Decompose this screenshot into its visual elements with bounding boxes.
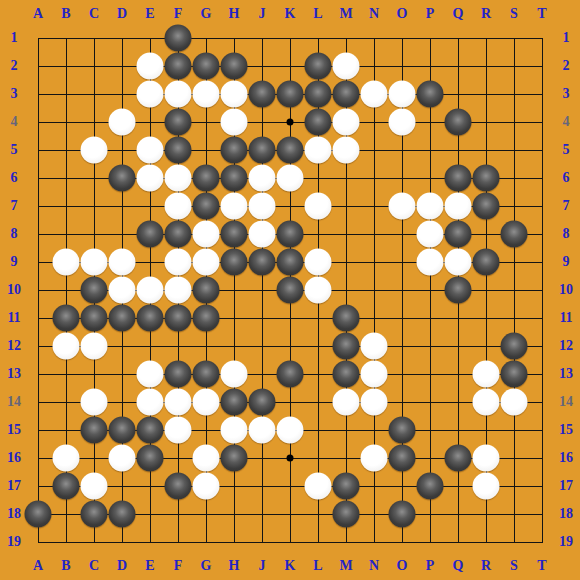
intersection-O14[interactable]: [388, 388, 416, 416]
intersection-R18[interactable]: [472, 500, 500, 528]
intersection-O4[interactable]: [388, 108, 416, 136]
intersection-S7[interactable]: [500, 192, 528, 220]
intersection-F9[interactable]: [164, 248, 192, 276]
intersection-S17[interactable]: [500, 472, 528, 500]
intersection-D11[interactable]: [108, 304, 136, 332]
intersection-E15[interactable]: [136, 416, 164, 444]
intersection-M4[interactable]: [332, 108, 360, 136]
intersection-J5[interactable]: [248, 136, 276, 164]
intersection-B2[interactable]: [52, 52, 80, 80]
intersection-J8[interactable]: [248, 220, 276, 248]
intersection-P15[interactable]: [416, 416, 444, 444]
intersection-J12[interactable]: [248, 332, 276, 360]
intersection-G5[interactable]: [192, 136, 220, 164]
intersection-D18[interactable]: [108, 500, 136, 528]
intersection-K4[interactable]: [276, 108, 304, 136]
intersection-Q8[interactable]: [444, 220, 472, 248]
intersection-D9[interactable]: [108, 248, 136, 276]
intersection-N19[interactable]: [360, 528, 388, 556]
intersection-D14[interactable]: [108, 388, 136, 416]
intersection-G19[interactable]: [192, 528, 220, 556]
intersection-G2[interactable]: [192, 52, 220, 80]
intersection-T13[interactable]: [528, 360, 556, 388]
intersection-E16[interactable]: [136, 444, 164, 472]
intersection-K15[interactable]: [276, 416, 304, 444]
intersection-M19[interactable]: [332, 528, 360, 556]
intersection-E9[interactable]: [136, 248, 164, 276]
intersection-P6[interactable]: [416, 164, 444, 192]
intersection-K11[interactable]: [276, 304, 304, 332]
intersection-J13[interactable]: [248, 360, 276, 388]
intersection-N13[interactable]: [360, 360, 388, 388]
intersection-N5[interactable]: [360, 136, 388, 164]
intersection-Q11[interactable]: [444, 304, 472, 332]
intersection-C16[interactable]: [80, 444, 108, 472]
intersection-G12[interactable]: [192, 332, 220, 360]
intersection-L19[interactable]: [304, 528, 332, 556]
intersection-C6[interactable]: [80, 164, 108, 192]
intersection-P12[interactable]: [416, 332, 444, 360]
intersection-O11[interactable]: [388, 304, 416, 332]
intersection-J9[interactable]: [248, 248, 276, 276]
intersection-E10[interactable]: [136, 276, 164, 304]
intersection-T14[interactable]: [528, 388, 556, 416]
intersection-R14[interactable]: [472, 388, 500, 416]
intersection-P13[interactable]: [416, 360, 444, 388]
intersection-F15[interactable]: [164, 416, 192, 444]
intersection-B17[interactable]: [52, 472, 80, 500]
intersection-D2[interactable]: [108, 52, 136, 80]
intersection-P3[interactable]: [416, 80, 444, 108]
intersection-G10[interactable]: [192, 276, 220, 304]
intersection-R8[interactable]: [472, 220, 500, 248]
intersection-F10[interactable]: [164, 276, 192, 304]
intersection-Q15[interactable]: [444, 416, 472, 444]
intersection-P1[interactable]: [416, 24, 444, 52]
intersection-F5[interactable]: [164, 136, 192, 164]
intersection-L13[interactable]: [304, 360, 332, 388]
intersection-H18[interactable]: [220, 500, 248, 528]
intersection-M5[interactable]: [332, 136, 360, 164]
intersection-C8[interactable]: [80, 220, 108, 248]
intersection-E19[interactable]: [136, 528, 164, 556]
intersection-C19[interactable]: [80, 528, 108, 556]
intersection-J4[interactable]: [248, 108, 276, 136]
intersection-C1[interactable]: [80, 24, 108, 52]
intersection-F11[interactable]: [164, 304, 192, 332]
intersection-Q16[interactable]: [444, 444, 472, 472]
intersection-F8[interactable]: [164, 220, 192, 248]
intersection-K1[interactable]: [276, 24, 304, 52]
intersection-A15[interactable]: [24, 416, 52, 444]
intersection-H2[interactable]: [220, 52, 248, 80]
intersection-L5[interactable]: [304, 136, 332, 164]
intersection-B3[interactable]: [52, 80, 80, 108]
intersection-F17[interactable]: [164, 472, 192, 500]
intersection-A13[interactable]: [24, 360, 52, 388]
intersection-O9[interactable]: [388, 248, 416, 276]
intersection-P16[interactable]: [416, 444, 444, 472]
intersection-F1[interactable]: [164, 24, 192, 52]
intersection-E2[interactable]: [136, 52, 164, 80]
intersection-J3[interactable]: [248, 80, 276, 108]
intersection-D4[interactable]: [108, 108, 136, 136]
intersection-E17[interactable]: [136, 472, 164, 500]
intersection-F3[interactable]: [164, 80, 192, 108]
intersection-H6[interactable]: [220, 164, 248, 192]
intersection-M8[interactable]: [332, 220, 360, 248]
intersection-B5[interactable]: [52, 136, 80, 164]
intersection-T4[interactable]: [528, 108, 556, 136]
intersection-L10[interactable]: [304, 276, 332, 304]
intersection-K2[interactable]: [276, 52, 304, 80]
intersection-D1[interactable]: [108, 24, 136, 52]
intersection-T7[interactable]: [528, 192, 556, 220]
intersection-S16[interactable]: [500, 444, 528, 472]
intersection-S3[interactable]: [500, 80, 528, 108]
intersection-S5[interactable]: [500, 136, 528, 164]
intersection-E1[interactable]: [136, 24, 164, 52]
intersection-M13[interactable]: [332, 360, 360, 388]
intersection-J11[interactable]: [248, 304, 276, 332]
intersection-F13[interactable]: [164, 360, 192, 388]
intersection-K16[interactable]: [276, 444, 304, 472]
intersection-N18[interactable]: [360, 500, 388, 528]
intersection-A11[interactable]: [24, 304, 52, 332]
intersection-H13[interactable]: [220, 360, 248, 388]
intersection-O5[interactable]: [388, 136, 416, 164]
intersection-B13[interactable]: [52, 360, 80, 388]
intersection-O19[interactable]: [388, 528, 416, 556]
intersection-A19[interactable]: [24, 528, 52, 556]
intersection-H4[interactable]: [220, 108, 248, 136]
intersection-P19[interactable]: [416, 528, 444, 556]
intersection-E14[interactable]: [136, 388, 164, 416]
intersection-N4[interactable]: [360, 108, 388, 136]
intersection-H19[interactable]: [220, 528, 248, 556]
intersection-P11[interactable]: [416, 304, 444, 332]
intersection-N11[interactable]: [360, 304, 388, 332]
intersection-M3[interactable]: [332, 80, 360, 108]
intersection-P14[interactable]: [416, 388, 444, 416]
intersection-E12[interactable]: [136, 332, 164, 360]
intersection-N17[interactable]: [360, 472, 388, 500]
intersection-M1[interactable]: [332, 24, 360, 52]
intersection-C5[interactable]: [80, 136, 108, 164]
intersection-N8[interactable]: [360, 220, 388, 248]
intersection-K19[interactable]: [276, 528, 304, 556]
intersection-L1[interactable]: [304, 24, 332, 52]
intersection-N3[interactable]: [360, 80, 388, 108]
intersection-J2[interactable]: [248, 52, 276, 80]
intersection-T6[interactable]: [528, 164, 556, 192]
intersection-D17[interactable]: [108, 472, 136, 500]
intersection-Q4[interactable]: [444, 108, 472, 136]
intersection-K13[interactable]: [276, 360, 304, 388]
intersection-L12[interactable]: [304, 332, 332, 360]
intersection-D19[interactable]: [108, 528, 136, 556]
intersection-T2[interactable]: [528, 52, 556, 80]
intersection-F19[interactable]: [164, 528, 192, 556]
intersection-O6[interactable]: [388, 164, 416, 192]
intersection-B4[interactable]: [52, 108, 80, 136]
intersection-L18[interactable]: [304, 500, 332, 528]
intersection-B6[interactable]: [52, 164, 80, 192]
intersection-J19[interactable]: [248, 528, 276, 556]
intersection-F14[interactable]: [164, 388, 192, 416]
intersection-H17[interactable]: [220, 472, 248, 500]
intersection-A8[interactable]: [24, 220, 52, 248]
intersection-J16[interactable]: [248, 444, 276, 472]
intersection-G1[interactable]: [192, 24, 220, 52]
intersection-E8[interactable]: [136, 220, 164, 248]
intersection-E4[interactable]: [136, 108, 164, 136]
intersection-D10[interactable]: [108, 276, 136, 304]
intersection-C14[interactable]: [80, 388, 108, 416]
intersection-T5[interactable]: [528, 136, 556, 164]
intersection-N2[interactable]: [360, 52, 388, 80]
intersection-E6[interactable]: [136, 164, 164, 192]
intersection-R2[interactable]: [472, 52, 500, 80]
intersection-C3[interactable]: [80, 80, 108, 108]
intersection-L11[interactable]: [304, 304, 332, 332]
intersection-G9[interactable]: [192, 248, 220, 276]
intersection-R6[interactable]: [472, 164, 500, 192]
intersection-A2[interactable]: [24, 52, 52, 80]
intersection-J15[interactable]: [248, 416, 276, 444]
intersection-M16[interactable]: [332, 444, 360, 472]
intersection-J18[interactable]: [248, 500, 276, 528]
intersection-D8[interactable]: [108, 220, 136, 248]
intersection-T15[interactable]: [528, 416, 556, 444]
intersection-S11[interactable]: [500, 304, 528, 332]
intersection-J17[interactable]: [248, 472, 276, 500]
intersection-D6[interactable]: [108, 164, 136, 192]
intersection-M15[interactable]: [332, 416, 360, 444]
intersection-F7[interactable]: [164, 192, 192, 220]
intersection-E18[interactable]: [136, 500, 164, 528]
intersection-O15[interactable]: [388, 416, 416, 444]
intersection-D13[interactable]: [108, 360, 136, 388]
intersection-R19[interactable]: [472, 528, 500, 556]
intersection-A18[interactable]: [24, 500, 52, 528]
intersection-K7[interactable]: [276, 192, 304, 220]
intersection-H8[interactable]: [220, 220, 248, 248]
intersection-E11[interactable]: [136, 304, 164, 332]
intersection-C10[interactable]: [80, 276, 108, 304]
intersection-H3[interactable]: [220, 80, 248, 108]
intersection-B7[interactable]: [52, 192, 80, 220]
intersection-P2[interactable]: [416, 52, 444, 80]
intersection-O13[interactable]: [388, 360, 416, 388]
intersection-M11[interactable]: [332, 304, 360, 332]
intersection-C7[interactable]: [80, 192, 108, 220]
intersection-A7[interactable]: [24, 192, 52, 220]
intersection-D15[interactable]: [108, 416, 136, 444]
intersection-P4[interactable]: [416, 108, 444, 136]
intersection-B18[interactable]: [52, 500, 80, 528]
intersection-O10[interactable]: [388, 276, 416, 304]
intersection-N1[interactable]: [360, 24, 388, 52]
intersection-B9[interactable]: [52, 248, 80, 276]
intersection-D7[interactable]: [108, 192, 136, 220]
intersection-L3[interactable]: [304, 80, 332, 108]
intersection-K9[interactable]: [276, 248, 304, 276]
intersection-R10[interactable]: [472, 276, 500, 304]
intersection-E3[interactable]: [136, 80, 164, 108]
intersection-O17[interactable]: [388, 472, 416, 500]
intersection-E5[interactable]: [136, 136, 164, 164]
intersection-F18[interactable]: [164, 500, 192, 528]
intersection-R9[interactable]: [472, 248, 500, 276]
intersection-H15[interactable]: [220, 416, 248, 444]
intersection-R11[interactable]: [472, 304, 500, 332]
intersection-D3[interactable]: [108, 80, 136, 108]
intersection-P5[interactable]: [416, 136, 444, 164]
intersection-Q10[interactable]: [444, 276, 472, 304]
intersection-M6[interactable]: [332, 164, 360, 192]
intersection-J1[interactable]: [248, 24, 276, 52]
intersection-K3[interactable]: [276, 80, 304, 108]
intersection-R1[interactable]: [472, 24, 500, 52]
intersection-L9[interactable]: [304, 248, 332, 276]
intersection-D5[interactable]: [108, 136, 136, 164]
intersection-N15[interactable]: [360, 416, 388, 444]
intersection-A3[interactable]: [24, 80, 52, 108]
intersection-O12[interactable]: [388, 332, 416, 360]
intersection-H7[interactable]: [220, 192, 248, 220]
intersection-S1[interactable]: [500, 24, 528, 52]
intersection-C4[interactable]: [80, 108, 108, 136]
intersection-Q13[interactable]: [444, 360, 472, 388]
intersection-M9[interactable]: [332, 248, 360, 276]
intersection-S8[interactable]: [500, 220, 528, 248]
intersection-H9[interactable]: [220, 248, 248, 276]
intersection-O1[interactable]: [388, 24, 416, 52]
intersection-M10[interactable]: [332, 276, 360, 304]
intersection-L6[interactable]: [304, 164, 332, 192]
intersection-O2[interactable]: [388, 52, 416, 80]
intersection-H11[interactable]: [220, 304, 248, 332]
intersection-K10[interactable]: [276, 276, 304, 304]
intersection-B8[interactable]: [52, 220, 80, 248]
intersection-M17[interactable]: [332, 472, 360, 500]
intersection-H5[interactable]: [220, 136, 248, 164]
intersection-M7[interactable]: [332, 192, 360, 220]
intersection-L14[interactable]: [304, 388, 332, 416]
intersection-O16[interactable]: [388, 444, 416, 472]
intersection-S18[interactable]: [500, 500, 528, 528]
intersection-C15[interactable]: [80, 416, 108, 444]
intersection-C18[interactable]: [80, 500, 108, 528]
intersection-R12[interactable]: [472, 332, 500, 360]
intersection-B11[interactable]: [52, 304, 80, 332]
intersection-C13[interactable]: [80, 360, 108, 388]
intersection-R7[interactable]: [472, 192, 500, 220]
intersection-A16[interactable]: [24, 444, 52, 472]
intersection-M14[interactable]: [332, 388, 360, 416]
intersection-A12[interactable]: [24, 332, 52, 360]
intersection-S15[interactable]: [500, 416, 528, 444]
intersection-L15[interactable]: [304, 416, 332, 444]
intersection-T9[interactable]: [528, 248, 556, 276]
intersection-F6[interactable]: [164, 164, 192, 192]
intersection-J7[interactable]: [248, 192, 276, 220]
intersection-E7[interactable]: [136, 192, 164, 220]
intersection-M18[interactable]: [332, 500, 360, 528]
intersection-E13[interactable]: [136, 360, 164, 388]
intersection-Q6[interactable]: [444, 164, 472, 192]
intersection-J6[interactable]: [248, 164, 276, 192]
intersection-N10[interactable]: [360, 276, 388, 304]
intersection-S13[interactable]: [500, 360, 528, 388]
intersection-G11[interactable]: [192, 304, 220, 332]
intersection-N14[interactable]: [360, 388, 388, 416]
intersection-K6[interactable]: [276, 164, 304, 192]
intersection-O7[interactable]: [388, 192, 416, 220]
intersection-K18[interactable]: [276, 500, 304, 528]
intersection-A9[interactable]: [24, 248, 52, 276]
intersection-B14[interactable]: [52, 388, 80, 416]
intersection-S19[interactable]: [500, 528, 528, 556]
intersection-S10[interactable]: [500, 276, 528, 304]
intersection-T16[interactable]: [528, 444, 556, 472]
intersection-G14[interactable]: [192, 388, 220, 416]
intersection-S14[interactable]: [500, 388, 528, 416]
intersection-T10[interactable]: [528, 276, 556, 304]
intersection-G4[interactable]: [192, 108, 220, 136]
intersection-T11[interactable]: [528, 304, 556, 332]
intersection-A17[interactable]: [24, 472, 52, 500]
intersection-T1[interactable]: [528, 24, 556, 52]
intersection-D16[interactable]: [108, 444, 136, 472]
intersection-D12[interactable]: [108, 332, 136, 360]
intersection-P8[interactable]: [416, 220, 444, 248]
intersection-R13[interactable]: [472, 360, 500, 388]
intersection-P7[interactable]: [416, 192, 444, 220]
intersection-F12[interactable]: [164, 332, 192, 360]
intersection-Q5[interactable]: [444, 136, 472, 164]
intersection-G6[interactable]: [192, 164, 220, 192]
intersection-B1[interactable]: [52, 24, 80, 52]
intersection-O18[interactable]: [388, 500, 416, 528]
intersection-J14[interactable]: [248, 388, 276, 416]
intersection-R5[interactable]: [472, 136, 500, 164]
intersection-N9[interactable]: [360, 248, 388, 276]
intersection-A4[interactable]: [24, 108, 52, 136]
intersection-R16[interactable]: [472, 444, 500, 472]
intersection-G3[interactable]: [192, 80, 220, 108]
intersection-G7[interactable]: [192, 192, 220, 220]
intersection-M2[interactable]: [332, 52, 360, 80]
intersection-T8[interactable]: [528, 220, 556, 248]
intersection-F16[interactable]: [164, 444, 192, 472]
intersection-G18[interactable]: [192, 500, 220, 528]
intersection-N6[interactable]: [360, 164, 388, 192]
intersection-G15[interactable]: [192, 416, 220, 444]
intersection-P18[interactable]: [416, 500, 444, 528]
intersection-Q9[interactable]: [444, 248, 472, 276]
intersection-S9[interactable]: [500, 248, 528, 276]
intersection-B15[interactable]: [52, 416, 80, 444]
intersection-H16[interactable]: [220, 444, 248, 472]
intersection-B16[interactable]: [52, 444, 80, 472]
intersection-O3[interactable]: [388, 80, 416, 108]
intersection-P10[interactable]: [416, 276, 444, 304]
intersection-A5[interactable]: [24, 136, 52, 164]
intersection-C11[interactable]: [80, 304, 108, 332]
intersection-R17[interactable]: [472, 472, 500, 500]
